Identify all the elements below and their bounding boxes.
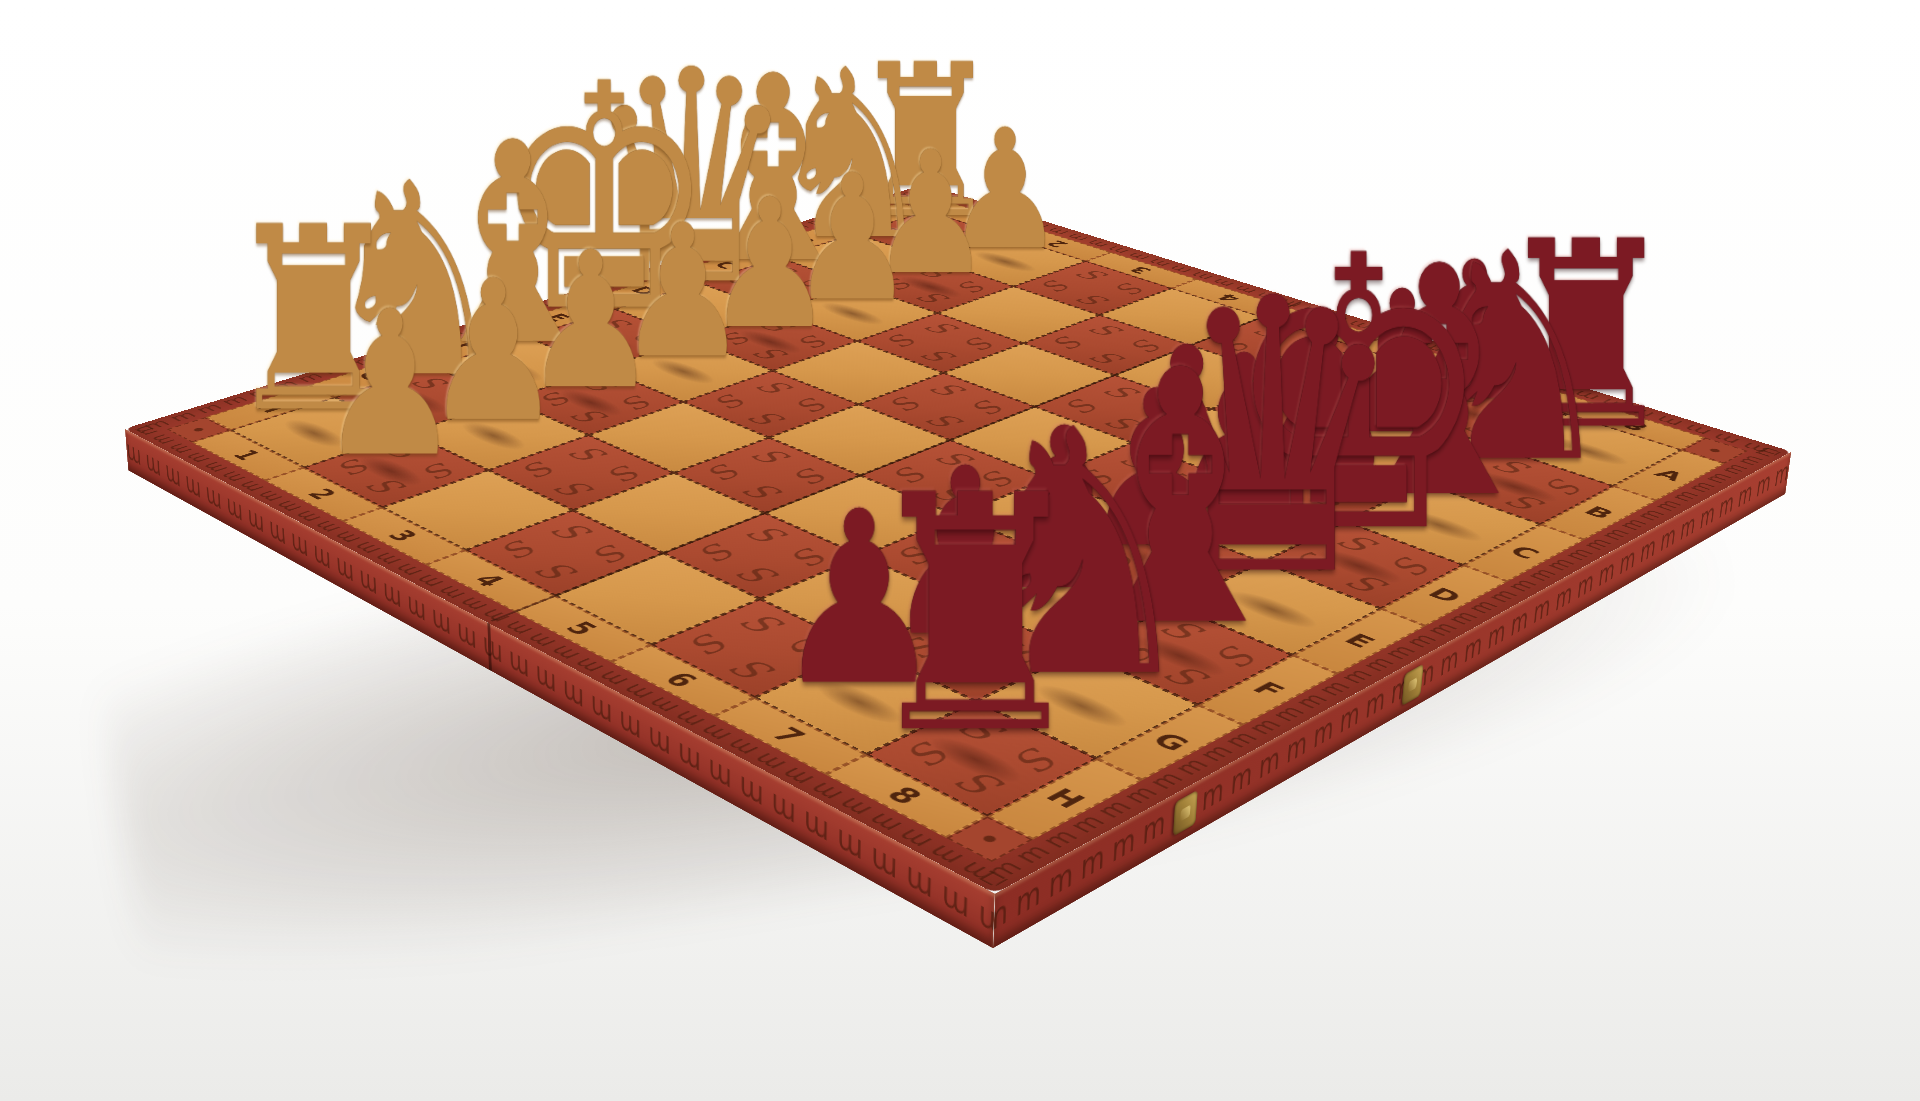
playing-field: SSSS♜♟SSSSSSSSSSSS♟♜♞SSSS♟SSSSSSSS♟SSSS♞… (231, 211, 1682, 816)
scene: ɯɯɯɯɯɯɯɯɯɯɯɯɯɯɯɯɯɯɯɯɯɯɯɯɯɯɯɯɯɯɯɯɯɯɯɯɯɯɯɯ… (0, 0, 1920, 1101)
red-rook-icon: ♜ (859, 462, 1092, 771)
board-top: ɯɯɯɯɯɯɯɯɯɯɯɯɯɯɯɯɯɯɯɯɯɯɯɯɯɯɯɯɯɯɯɯɯɯɯɯɯɯɯɯ… (125, 184, 1792, 893)
photo-background: ɯɯɯɯɯɯɯɯɯɯɯɯɯɯɯɯɯɯɯɯɯɯɯɯɯɯɯɯɯɯɯɯɯɯɯɯɯɯɯɯ… (0, 0, 1920, 1101)
white-pawn-icon: ♟ (318, 289, 462, 479)
chess-board: ɯɯɯɯɯɯɯɯɯɯɯɯɯɯɯɯɯɯɯɯɯɯɯɯɯɯɯɯɯɯɯɯɯɯɯɯɯɯɯɯ… (125, 184, 1792, 893)
square-motif-icon: SSSS (686, 372, 856, 437)
